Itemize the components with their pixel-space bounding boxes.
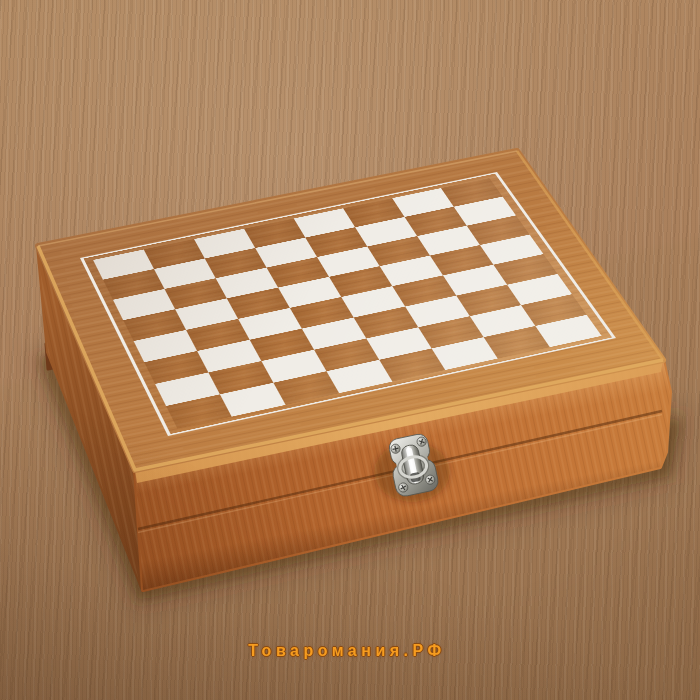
product-photo: Товаромания.РФ [0,0,700,700]
watermark-text: Товаромания.РФ [248,642,445,660]
